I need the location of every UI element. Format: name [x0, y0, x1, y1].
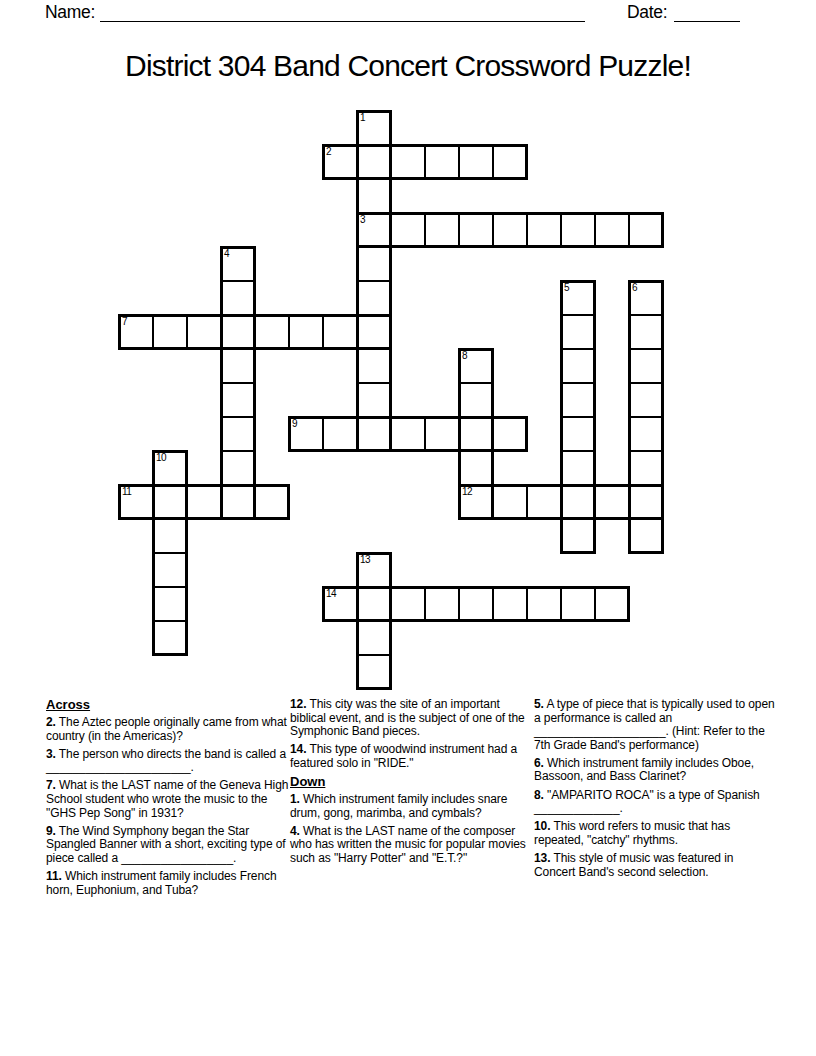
crossword-cell-r11c12[interactable] — [526, 484, 562, 520]
clue-number: 7. — [46, 778, 56, 792]
crossword-cell-r1c11[interactable] — [492, 144, 528, 180]
cell-number: 13 — [360, 554, 370, 565]
clue-down-4: 4. What is the LAST name of the composer… — [290, 825, 533, 866]
clue-number: 5. — [534, 697, 544, 711]
crossword-cell-r1c6[interactable]: 2 — [322, 144, 358, 180]
crossword-cell-r0c7[interactable]: 1 — [356, 110, 392, 146]
clue-number: 8. — [534, 788, 544, 802]
crossword-cell-r14c6[interactable]: 14 — [322, 586, 358, 622]
crossword-cell-r12c15[interactable] — [628, 518, 664, 554]
crossword-cell-r4c3[interactable]: 4 — [220, 246, 256, 282]
clue-across-14: 14. This type of woodwind instrument had… — [290, 743, 533, 770]
date-label: Date: — [627, 2, 667, 23]
crossword-cell-r6c15[interactable] — [628, 314, 664, 350]
crossword-cell-r14c7[interactable] — [356, 586, 392, 622]
crossword-cell-r5c13[interactable]: 5 — [560, 280, 596, 316]
clue-down-1: 1. Which instrument family includes snar… — [290, 793, 533, 820]
crossword-cell-r11c11[interactable] — [492, 484, 528, 520]
crossword-cell-r13c7[interactable]: 13 — [356, 552, 392, 588]
crossword-cell-r9c13[interactable] — [560, 416, 596, 452]
crossword-cell-r6c3[interactable] — [220, 314, 256, 350]
crossword-cell-r9c5[interactable]: 9 — [288, 416, 324, 452]
crossword-cell-r8c13[interactable] — [560, 382, 596, 418]
clue-across-9: 9. The Wind Symphony began the Star Span… — [46, 825, 289, 866]
clue-number: 6. — [534, 756, 544, 770]
crossword-cell-r3c14[interactable] — [594, 212, 630, 248]
crossword-cell-r13c1[interactable] — [152, 552, 188, 588]
crossword-cell-r3c11[interactable] — [492, 212, 528, 248]
clue-number: 12. — [290, 697, 306, 711]
crossword-cell-r11c1[interactable] — [152, 484, 188, 520]
crossword-cell-r3c9[interactable] — [424, 212, 460, 248]
crossword-cell-r6c4[interactable] — [254, 314, 290, 350]
cell-number: 10 — [156, 452, 166, 463]
crossword-cell-r7c7[interactable] — [356, 348, 392, 384]
crossword-cell-r5c3[interactable] — [220, 280, 256, 316]
crossword-cell-r11c13[interactable] — [560, 484, 596, 520]
crossword-cell-r8c15[interactable] — [628, 382, 664, 418]
clue-number: 13. — [534, 851, 550, 865]
crossword-cell-r10c3[interactable] — [220, 450, 256, 486]
crossword-cell-r16c7[interactable] — [356, 654, 392, 690]
crossword-cell-r3c15[interactable] — [628, 212, 664, 248]
clue-number: 11. — [46, 869, 62, 883]
clue-number: 1. — [290, 792, 300, 806]
crossword-cell-r7c10[interactable]: 8 — [458, 348, 494, 384]
crossword-cell-r6c7[interactable] — [356, 314, 392, 350]
clue-number: 9. — [46, 824, 56, 838]
clue-number: 14. — [290, 742, 306, 756]
crossword-cell-r3c10[interactable] — [458, 212, 494, 248]
crossword-cell-r11c15[interactable] — [628, 484, 664, 520]
clue-across-3: 3. The person who directs the band is ca… — [46, 748, 289, 775]
clue-column-3: 5. A type of piece that is typically use… — [534, 698, 777, 884]
cell-number: 12 — [462, 486, 472, 497]
crossword-cell-r3c12[interactable] — [526, 212, 562, 248]
crossword-cell-r9c11[interactable] — [492, 416, 528, 452]
clue-across-12: 12. This city was the site of an importa… — [290, 698, 533, 739]
name-label: Name: — [45, 2, 95, 23]
clue-down-5: 5. A type of piece that is typically use… — [534, 698, 777, 752]
crossword-cell-r8c10[interactable] — [458, 382, 494, 418]
crossword-cell-r14c1[interactable] — [152, 586, 188, 622]
crossword-cell-r7c15[interactable] — [628, 348, 664, 384]
crossword-cell-r10c13[interactable] — [560, 450, 596, 486]
clue-number: 10. — [534, 819, 550, 833]
crossword-cell-r11c2[interactable] — [186, 484, 222, 520]
crossword-cell-r4c7[interactable] — [356, 246, 392, 282]
crossword-cell-r11c0[interactable]: 11 — [118, 484, 154, 520]
clue-down-6: 6. Which instrument family includes Oboe… — [534, 757, 777, 784]
crossword-cell-r14c9[interactable] — [424, 586, 460, 622]
crossword-cell-r10c1[interactable]: 10 — [152, 450, 188, 486]
clue-down-13: 13. This style of music was featured in … — [534, 852, 777, 879]
crossword-cell-r14c13[interactable] — [560, 586, 596, 622]
crossword-cell-r8c7[interactable] — [356, 382, 392, 418]
cell-number: 11 — [122, 486, 131, 497]
crossword-cell-r5c15[interactable]: 6 — [628, 280, 664, 316]
worksheet-page: Name: Date: District 304 Band Concert Cr… — [0, 0, 816, 1056]
clue-column-2: 12. This city was the site of an importa… — [290, 698, 533, 870]
cell-number: 8 — [462, 350, 467, 361]
crossword-cell-r14c11[interactable] — [492, 586, 528, 622]
crossword-cell-r12c1[interactable] — [152, 518, 188, 554]
cell-number: 3 — [360, 214, 365, 225]
cell-number: 14 — [326, 588, 336, 599]
crossword-cell-r7c13[interactable] — [560, 348, 596, 384]
cell-number: 6 — [632, 282, 637, 293]
clue-heading-across: Across — [46, 698, 289, 712]
crossword-cell-r10c10[interactable] — [458, 450, 494, 486]
crossword-cell-r3c13[interactable] — [560, 212, 596, 248]
clue-across-7: 7. What is the LAST name of the Geneva H… — [46, 779, 289, 820]
crossword-cell-r15c1[interactable] — [152, 620, 188, 656]
crossword-cell-r15c7[interactable] — [356, 620, 392, 656]
crossword-cell-r10c15[interactable] — [628, 450, 664, 486]
crossword-cell-r11c3[interactable] — [220, 484, 256, 520]
cell-number: 4 — [224, 248, 229, 259]
cell-number: 2 — [326, 146, 331, 157]
cell-number: 9 — [292, 418, 297, 429]
crossword-cell-r1c8[interactable] — [390, 144, 426, 180]
crossword-cell-r6c6[interactable] — [322, 314, 358, 350]
crossword-cell-r3c7[interactable]: 3 — [356, 212, 392, 248]
clue-number: 4. — [290, 824, 300, 838]
page-title: District 304 Band Concert Crossword Puzz… — [0, 49, 816, 83]
crossword-cell-r6c1[interactable] — [152, 314, 188, 350]
crossword-cell-r11c4[interactable] — [254, 484, 290, 520]
crossword-cell-r1c9[interactable] — [424, 144, 460, 180]
crossword-cell-r9c9[interactable] — [424, 416, 460, 452]
crossword-cell-r7c3[interactable] — [220, 348, 256, 384]
crossword-cell-r2c7[interactable] — [356, 178, 392, 214]
clue-number: 2. — [46, 715, 56, 729]
crossword-cell-r14c14[interactable] — [594, 586, 630, 622]
name-blank-line — [100, 3, 585, 22]
cell-number: 5 — [564, 282, 569, 293]
date-blank-line — [674, 3, 740, 22]
crossword-cell-r11c10[interactable]: 12 — [458, 484, 494, 520]
crossword-cell-r1c10[interactable] — [458, 144, 494, 180]
crossword-cell-r12c13[interactable] — [560, 518, 596, 554]
crossword-cell-r14c8[interactable] — [390, 586, 426, 622]
clue-down-8: 8. "AMPARITO ROCA" is a type of Spanish … — [534, 789, 777, 816]
crossword-cell-r9c8[interactable] — [390, 416, 426, 452]
clue-number: 3. — [46, 747, 56, 761]
crossword-cell-r6c13[interactable] — [560, 314, 596, 350]
crossword-cell-r11c14[interactable] — [594, 484, 630, 520]
crossword-cell-r14c12[interactable] — [526, 586, 562, 622]
cell-number: 7 — [122, 316, 127, 327]
crossword-cell-r6c0[interactable]: 7 — [118, 314, 154, 350]
clue-down-10: 10. This word refers to music that has r… — [534, 820, 777, 847]
crossword-cell-r9c15[interactable] — [628, 416, 664, 452]
crossword-grid: 1234567891011121314 — [118, 110, 664, 690]
crossword-cell-r9c10[interactable] — [458, 416, 494, 452]
crossword-cell-r14c10[interactable] — [458, 586, 494, 622]
crossword-cell-r9c7[interactable] — [356, 416, 392, 452]
crossword-cell-r1c7[interactable] — [356, 144, 392, 180]
clue-across-2: 2. The Aztec people originally came from… — [46, 716, 289, 743]
crossword-cell-r6c5[interactable] — [288, 314, 324, 350]
crossword-cell-r9c3[interactable] — [220, 416, 256, 452]
clue-across-11: 11. Which instrument family includes Fre… — [46, 870, 289, 897]
crossword-cell-r3c8[interactable] — [390, 212, 426, 248]
crossword-cell-r9c6[interactable] — [322, 416, 358, 452]
crossword-cell-r6c2[interactable] — [186, 314, 222, 350]
crossword-cell-r8c3[interactable] — [220, 382, 256, 418]
clue-column-1: Across2. The Aztec people originally cam… — [46, 698, 289, 902]
cell-number: 1 — [360, 112, 365, 123]
crossword-cell-r5c7[interactable] — [356, 280, 392, 316]
clue-heading-down: Down — [290, 775, 533, 789]
